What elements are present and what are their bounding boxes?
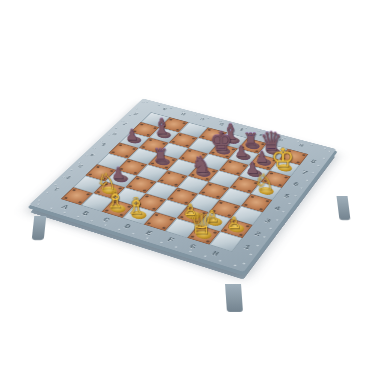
rivet	[92, 147, 96, 149]
rivet	[288, 203, 292, 205]
rivet	[145, 237, 149, 240]
rivet	[70, 169, 74, 171]
rivet	[296, 141, 300, 143]
board-leg	[337, 196, 351, 220]
rivet	[317, 165, 321, 167]
pawn-glyph: ♟	[230, 145, 253, 160]
rivet	[114, 127, 118, 129]
rivet	[256, 245, 260, 248]
file-label-far-c: C	[199, 117, 206, 121]
rivet	[283, 137, 287, 139]
file-label-e: E	[144, 230, 154, 237]
rivet	[328, 150, 332, 152]
file-label-c: C	[101, 217, 111, 224]
rank-label-5: 5	[282, 193, 291, 200]
rivet	[233, 264, 237, 267]
rivet	[305, 180, 309, 182]
rivet	[85, 154, 89, 156]
rivet	[49, 207, 53, 209]
bishop-glyph: ♝	[151, 116, 173, 137]
rivet	[117, 228, 121, 231]
rivet	[242, 263, 246, 266]
queen-glyph: ♕	[189, 210, 214, 238]
rivet	[206, 117, 210, 119]
chess-scene: AA88BB77CC66DD55EE44FF33GG22HH11 ♝♜♛♝♚♟♟…	[0, 0, 374, 374]
rank-label-far-8: 8	[133, 112, 140, 116]
rivet	[131, 233, 135, 236]
rivet	[300, 187, 304, 189]
rank-label-far-3: 3	[77, 163, 85, 168]
rivet	[135, 108, 139, 110]
file-label-d: D	[122, 223, 132, 230]
rivet	[157, 104, 161, 106]
rivet	[281, 211, 285, 213]
file-label-far-h: H	[298, 143, 305, 148]
chess-board: AA88BB77CC66DD55EE44FF33GG22HH11 ♝♜♛♝♚♟♟…	[29, 98, 336, 271]
rivet	[90, 220, 94, 223]
rank-label-far-5: 5	[100, 142, 107, 147]
rank-label-far-4: 4	[89, 153, 97, 158]
rivet	[275, 219, 279, 222]
rivet	[203, 255, 207, 258]
bishop-glyph: ♗	[124, 195, 148, 218]
rivet	[188, 251, 192, 254]
rivet	[54, 184, 58, 186]
rivet	[37, 199, 41, 201]
rivet	[62, 176, 66, 178]
rivet	[76, 216, 80, 218]
rivet	[159, 242, 163, 245]
pawn-glyph: ♟	[121, 128, 143, 142]
king-glyph: ♔	[271, 145, 294, 171]
rivet	[45, 191, 49, 193]
rivet	[262, 236, 266, 239]
rivet	[63, 212, 67, 214]
rank-label-4: 4	[272, 205, 281, 212]
rivet	[194, 114, 198, 116]
rivet	[322, 158, 326, 160]
rank-label-6: 6	[291, 181, 300, 187]
rank-label-7: 7	[300, 170, 309, 176]
rank-label-1: 1	[242, 244, 252, 252]
rivet	[249, 254, 253, 257]
rank-label-2: 2	[253, 230, 263, 237]
file-label-far-a: A	[161, 107, 168, 111]
rivet	[294, 195, 298, 197]
rivet	[169, 107, 173, 109]
rank-label-far-6: 6	[111, 131, 118, 136]
file-label-b: B	[80, 210, 90, 217]
rivet	[323, 148, 327, 150]
file-label-h: H	[210, 250, 220, 258]
rivet	[103, 224, 107, 227]
rook-glyph: ♜	[149, 147, 172, 165]
pawn-glyph: ♙	[222, 215, 247, 231]
knight-glyph: ♘	[252, 171, 276, 193]
file-label-g: G	[187, 243, 197, 251]
rivet	[141, 102, 145, 104]
file-label-far-b: B	[180, 112, 187, 116]
rank-label-3: 3	[263, 218, 273, 225]
rivet	[107, 134, 111, 136]
rivet	[36, 203, 40, 205]
rivet	[310, 144, 314, 146]
file-label-f: F	[165, 236, 175, 243]
file-label-a: A	[60, 204, 70, 211]
board-leg	[32, 216, 47, 240]
rivet	[145, 101, 149, 103]
knight-glyph: ♞	[189, 154, 212, 176]
rivet	[269, 227, 273, 230]
king-glyph: ♚	[210, 128, 232, 153]
rivet	[311, 172, 315, 174]
rank-label-8: 8	[309, 159, 318, 165]
board-leg	[225, 284, 243, 312]
rivet	[218, 260, 222, 263]
rank-label-far-2: 2	[65, 175, 73, 180]
rank-label-far-1: 1	[53, 186, 61, 191]
rivet	[174, 246, 178, 249]
